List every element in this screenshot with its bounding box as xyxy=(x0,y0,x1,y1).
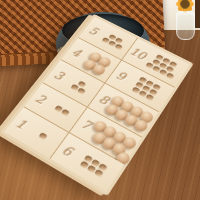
pit-area xyxy=(62,74,97,99)
empty-dimple[interactable] xyxy=(60,108,69,116)
empty-dimple[interactable] xyxy=(165,72,174,79)
empty-dimple[interactable] xyxy=(38,132,48,140)
empty-dimple[interactable] xyxy=(114,43,123,50)
glass-vase xyxy=(176,11,195,40)
pit-area xyxy=(46,100,78,121)
pit-area xyxy=(26,125,59,147)
pit-area xyxy=(97,30,131,53)
photo-scene: 5 10 4 9 3 8 2 7 1 6 xyxy=(0,0,200,200)
empty-dimple[interactable] xyxy=(77,87,86,95)
